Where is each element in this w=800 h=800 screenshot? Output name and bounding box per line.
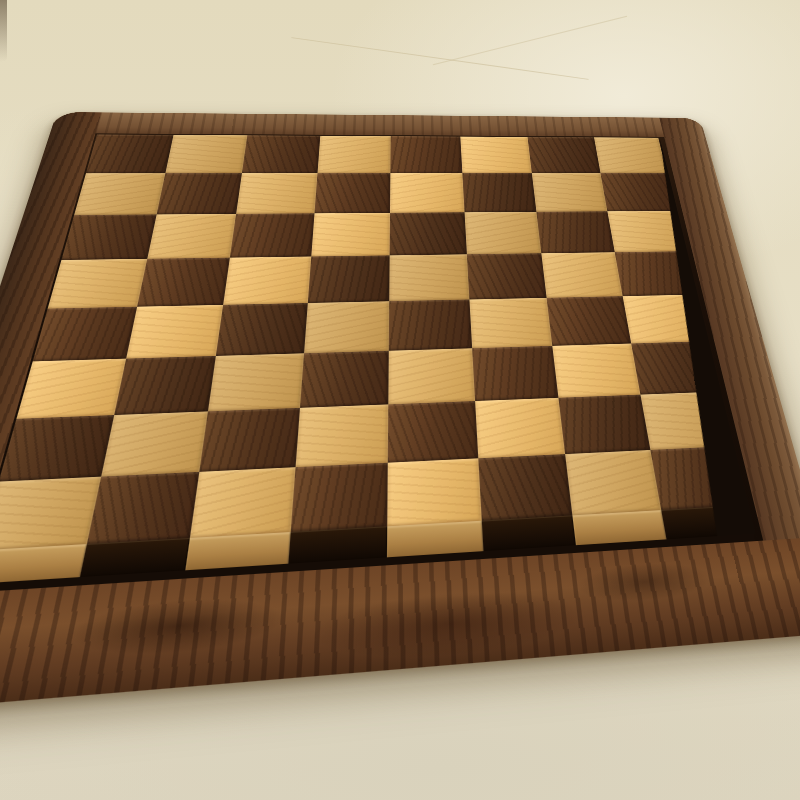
square-r4c2-dark [137, 258, 230, 307]
stone-vein [433, 16, 627, 65]
checkerboard-puzzle-board [0, 112, 800, 714]
square-r7c7-dark [558, 395, 649, 454]
square-r6c2-dark [114, 356, 216, 415]
square-r1c2-light [165, 135, 247, 173]
square-r1c8-light [594, 137, 667, 173]
square-r6c6-dark [472, 346, 559, 401]
square-r5c5-dark [389, 300, 472, 351]
square-r3c3-dark [230, 213, 314, 257]
square-r7c1-dark [0, 415, 114, 482]
square-r1c5-dark [390, 136, 462, 173]
square-r6c4-dark [299, 351, 388, 408]
square-r8c4-dark [290, 463, 388, 532]
square-r7c4-light [295, 404, 388, 467]
square-r7c5-dark [388, 401, 478, 463]
square-r3c5-dark [390, 212, 467, 255]
square-r2c6-dark [462, 173, 536, 212]
square-r6c3-light [208, 353, 304, 411]
square-r5c3-dark [216, 303, 307, 356]
square-r4c6-dark [466, 253, 546, 299]
square-r7c6-light [475, 398, 566, 459]
stone-vein [291, 37, 588, 80]
square-r4c7-light [541, 252, 622, 298]
square-r4c3-light [223, 256, 311, 304]
square-r6c5-light [388, 348, 474, 404]
square-r4c1-light [48, 259, 147, 309]
square-r8c2-dark [86, 472, 199, 544]
square-r1c6-light [460, 137, 532, 174]
checkerboard-grid [0, 134, 746, 550]
square-r8c7-light [565, 450, 661, 515]
square-r5c1-dark [33, 307, 137, 362]
square-r8c1-light [0, 477, 101, 551]
square-r4c5-light [389, 254, 469, 301]
square-r5c4-light [304, 301, 390, 353]
square-r3c1-dark [61, 214, 156, 260]
square-r4c4-dark [307, 255, 389, 303]
square-r1c3-dark [242, 135, 320, 173]
square-r7c2-light [101, 411, 208, 476]
square-r3c2-light [147, 214, 236, 259]
photo-background [0, 0, 800, 800]
square-r2c8-dark [600, 173, 676, 211]
square-r8c3-light [190, 467, 295, 538]
square-r2c3-light [236, 173, 317, 214]
square-r5c2-light [126, 305, 224, 359]
square-r1c4-light [317, 136, 391, 173]
square-r3c4-light [311, 213, 390, 257]
photo-edge-shadow [0, 0, 7, 62]
square-r2c4-dark [314, 173, 390, 213]
square-r8c5-light [387, 458, 481, 526]
square-r6c1-light [16, 359, 125, 419]
square-r6c7-light [552, 344, 640, 398]
board-recess [0, 133, 763, 593]
square-r8c6-dark [478, 454, 573, 521]
square-r2c1-light [74, 173, 165, 215]
square-r1c1-dark [86, 134, 173, 173]
square-r3c6-light [464, 212, 541, 255]
square-r2c7-light [532, 173, 607, 212]
square-r5c6-light [469, 298, 552, 348]
square-r2c2-dark [156, 173, 242, 214]
square-r2c5-light [390, 173, 464, 213]
square-r1c7-dark [528, 137, 601, 173]
square-r3c7-dark [536, 211, 614, 253]
square-r5c7-dark [547, 296, 631, 346]
square-r7c3-dark [199, 408, 299, 472]
